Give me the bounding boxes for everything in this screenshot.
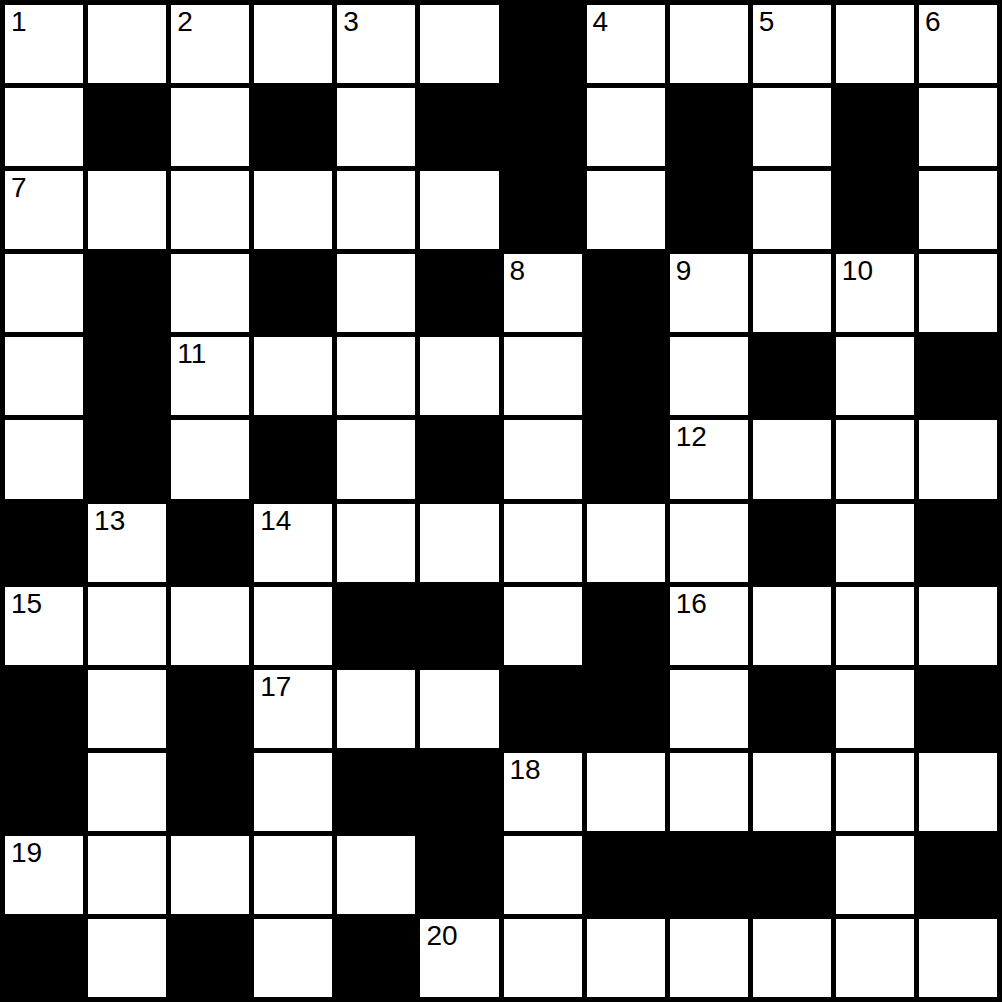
cell-r8c3[interactable]: 17 (254, 670, 332, 748)
crossword-board: 1234567891011121314151617181920 (0, 0, 1002, 1002)
black-cell-r3c5 (420, 254, 498, 332)
cell-r11c5[interactable]: 20 (420, 919, 498, 997)
black-cell-r8c6 (504, 670, 582, 748)
cell-r6c6[interactable] (504, 504, 582, 582)
black-cell-r6c11 (919, 504, 997, 582)
cell-r4c3[interactable] (254, 337, 332, 415)
cell-r6c3[interactable]: 14 (254, 504, 332, 582)
black-cell-r3c7 (587, 254, 665, 332)
cell-r10c0[interactable]: 19 (5, 836, 83, 914)
cell-r11c8[interactable] (670, 919, 748, 997)
cell-r2c9[interactable] (753, 171, 831, 249)
black-cell-r3c1 (88, 254, 166, 332)
black-cell-r5c7 (587, 420, 665, 498)
cell-r10c10[interactable] (836, 836, 914, 914)
clue-number-10: 10 (842, 256, 873, 285)
cell-r2c0[interactable]: 7 (5, 171, 83, 249)
cell-r3c9[interactable] (753, 254, 831, 332)
black-cell-r8c11 (919, 670, 997, 748)
cell-r7c8[interactable]: 16 (670, 587, 748, 665)
cell-r7c10[interactable] (836, 587, 914, 665)
black-cell-r1c1 (88, 88, 166, 166)
clue-number-4: 4 (593, 7, 609, 36)
black-cell-r10c8 (670, 836, 748, 914)
black-cell-r0c6 (504, 5, 582, 83)
black-cell-r4c7 (587, 337, 665, 415)
cell-r4c8[interactable] (670, 337, 748, 415)
clue-number-7: 7 (11, 173, 27, 202)
cell-r2c11[interactable] (919, 171, 997, 249)
cell-r2c4[interactable] (337, 171, 415, 249)
black-cell-r4c1 (88, 337, 166, 415)
clue-number-18: 18 (510, 755, 541, 784)
clue-number-17: 17 (260, 672, 291, 701)
black-cell-r1c10 (836, 88, 914, 166)
black-cell-r10c7 (587, 836, 665, 914)
cell-r5c4[interactable] (337, 420, 415, 498)
black-cell-r6c2 (171, 504, 249, 582)
cell-r3c2[interactable] (171, 254, 249, 332)
cell-r0c2[interactable]: 2 (171, 5, 249, 83)
cell-r0c8[interactable] (670, 5, 748, 83)
cell-r1c9[interactable] (753, 88, 831, 166)
black-cell-r9c4 (337, 753, 415, 831)
cell-r9c1[interactable] (88, 753, 166, 831)
cell-r0c7[interactable]: 4 (587, 5, 665, 83)
cell-r2c7[interactable] (587, 171, 665, 249)
cell-r0c1[interactable] (88, 5, 166, 83)
cell-r2c2[interactable] (171, 171, 249, 249)
cell-r4c10[interactable] (836, 337, 914, 415)
cell-r10c2[interactable] (171, 836, 249, 914)
black-cell-r8c0 (5, 670, 83, 748)
cell-r2c3[interactable] (254, 171, 332, 249)
cell-r1c7[interactable] (587, 88, 665, 166)
black-cell-r5c1 (88, 420, 166, 498)
cell-r9c7[interactable] (587, 753, 665, 831)
cell-r0c5[interactable] (420, 5, 498, 83)
cell-r8c8[interactable] (670, 670, 748, 748)
clue-number-8: 8 (510, 256, 526, 285)
cell-r0c3[interactable] (254, 5, 332, 83)
black-cell-r1c6 (504, 88, 582, 166)
cell-r7c0[interactable]: 15 (5, 587, 83, 665)
cell-r4c2[interactable]: 11 (171, 337, 249, 415)
black-cell-r7c5 (420, 587, 498, 665)
black-cell-r1c3 (254, 88, 332, 166)
clue-number-15: 15 (11, 589, 42, 618)
cell-r10c1[interactable] (88, 836, 166, 914)
cell-r9c10[interactable] (836, 753, 914, 831)
clue-number-11: 11 (177, 339, 206, 368)
black-cell-r2c6 (504, 171, 582, 249)
cell-r9c6[interactable]: 18 (504, 753, 582, 831)
cell-r8c10[interactable] (836, 670, 914, 748)
cell-r11c3[interactable] (254, 919, 332, 997)
black-cell-r7c7 (587, 587, 665, 665)
black-cell-r10c5 (420, 836, 498, 914)
cell-r8c4[interactable] (337, 670, 415, 748)
cell-r5c6[interactable] (504, 420, 582, 498)
cell-r8c1[interactable] (88, 670, 166, 748)
cell-r7c1[interactable] (88, 587, 166, 665)
black-cell-r2c8 (670, 171, 748, 249)
black-cell-r6c9 (753, 504, 831, 582)
cell-r11c7[interactable] (587, 919, 665, 997)
cell-r4c5[interactable] (420, 337, 498, 415)
cell-r6c4[interactable] (337, 504, 415, 582)
clue-number-1: 1 (11, 7, 27, 36)
cell-r10c4[interactable] (337, 836, 415, 914)
black-cell-r9c5 (420, 753, 498, 831)
clue-number-9: 9 (676, 256, 692, 285)
cell-r3c11[interactable] (919, 254, 997, 332)
cell-r5c9[interactable] (753, 420, 831, 498)
cell-r2c1[interactable] (88, 171, 166, 249)
cell-r11c6[interactable] (504, 919, 582, 997)
clue-number-16: 16 (676, 589, 707, 618)
cell-r11c1[interactable] (88, 919, 166, 997)
cell-r5c11[interactable] (919, 420, 997, 498)
cell-r3c0[interactable] (5, 254, 83, 332)
clue-number-19: 19 (11, 838, 42, 867)
clue-number-6: 6 (925, 7, 941, 36)
black-cell-r5c3 (254, 420, 332, 498)
cell-r11c10[interactable] (836, 919, 914, 997)
cell-r7c11[interactable] (919, 587, 997, 665)
cell-r5c0[interactable] (5, 420, 83, 498)
cell-r1c4[interactable] (337, 88, 415, 166)
black-cell-r8c2 (171, 670, 249, 748)
cell-r3c10[interactable]: 10 (836, 254, 914, 332)
cell-r9c3[interactable] (254, 753, 332, 831)
black-cell-r8c7 (587, 670, 665, 748)
black-cell-r2c10 (836, 171, 914, 249)
cell-r6c5[interactable] (420, 504, 498, 582)
clue-number-20: 20 (426, 921, 457, 950)
black-cell-r9c0 (5, 753, 83, 831)
cell-r5c2[interactable] (171, 420, 249, 498)
cell-r10c6[interactable] (504, 836, 582, 914)
black-cell-r11c2 (171, 919, 249, 997)
black-cell-r10c9 (753, 836, 831, 914)
cell-r0c10[interactable] (836, 5, 914, 83)
black-cell-r6c0 (5, 504, 83, 582)
cell-r0c9[interactable]: 5 (753, 5, 831, 83)
cell-r7c9[interactable] (753, 587, 831, 665)
cell-r6c8[interactable] (670, 504, 748, 582)
cell-r6c10[interactable] (836, 504, 914, 582)
black-cell-r1c5 (420, 88, 498, 166)
cell-r7c6[interactable] (504, 587, 582, 665)
black-cell-r9c2 (171, 753, 249, 831)
clue-number-2: 2 (177, 7, 193, 36)
clue-number-12: 12 (676, 422, 707, 451)
cell-r9c9[interactable] (753, 753, 831, 831)
cell-r5c8[interactable]: 12 (670, 420, 748, 498)
cell-r8c5[interactable] (420, 670, 498, 748)
black-cell-r8c9 (753, 670, 831, 748)
black-cell-r4c9 (753, 337, 831, 415)
clue-number-3: 3 (343, 7, 359, 36)
cell-r0c0[interactable]: 1 (5, 5, 83, 83)
cell-r11c11[interactable] (919, 919, 997, 997)
cell-r7c3[interactable] (254, 587, 332, 665)
cell-r3c8[interactable]: 9 (670, 254, 748, 332)
clue-number-14: 14 (260, 506, 291, 535)
cell-r9c11[interactable] (919, 753, 997, 831)
black-cell-r1c8 (670, 88, 748, 166)
cell-r0c4[interactable]: 3 (337, 5, 415, 83)
black-cell-r3c3 (254, 254, 332, 332)
cell-r5c10[interactable] (836, 420, 914, 498)
black-cell-r5c5 (420, 420, 498, 498)
cell-r6c1[interactable]: 13 (88, 504, 166, 582)
black-cell-r11c4 (337, 919, 415, 997)
cell-r0c11[interactable]: 6 (919, 5, 997, 83)
cell-r4c4[interactable] (337, 337, 415, 415)
clue-number-5: 5 (759, 7, 775, 36)
black-cell-r7c4 (337, 587, 415, 665)
black-cell-r4c11 (919, 337, 997, 415)
cell-r4c6[interactable] (504, 337, 582, 415)
cell-r1c11[interactable] (919, 88, 997, 166)
black-cell-r11c0 (5, 919, 83, 997)
cell-r3c4[interactable] (337, 254, 415, 332)
black-cell-r10c11 (919, 836, 997, 914)
cell-r10c3[interactable] (254, 836, 332, 914)
cell-r6c7[interactable] (587, 504, 665, 582)
cell-r4c0[interactable] (5, 337, 83, 415)
cell-r1c0[interactable] (5, 88, 83, 166)
cell-r11c9[interactable] (753, 919, 831, 997)
cell-r9c8[interactable] (670, 753, 748, 831)
cell-r1c2[interactable] (171, 88, 249, 166)
clue-number-13: 13 (94, 506, 125, 535)
cell-r2c5[interactable] (420, 171, 498, 249)
cell-r7c2[interactable] (171, 587, 249, 665)
cell-r3c6[interactable]: 8 (504, 254, 582, 332)
